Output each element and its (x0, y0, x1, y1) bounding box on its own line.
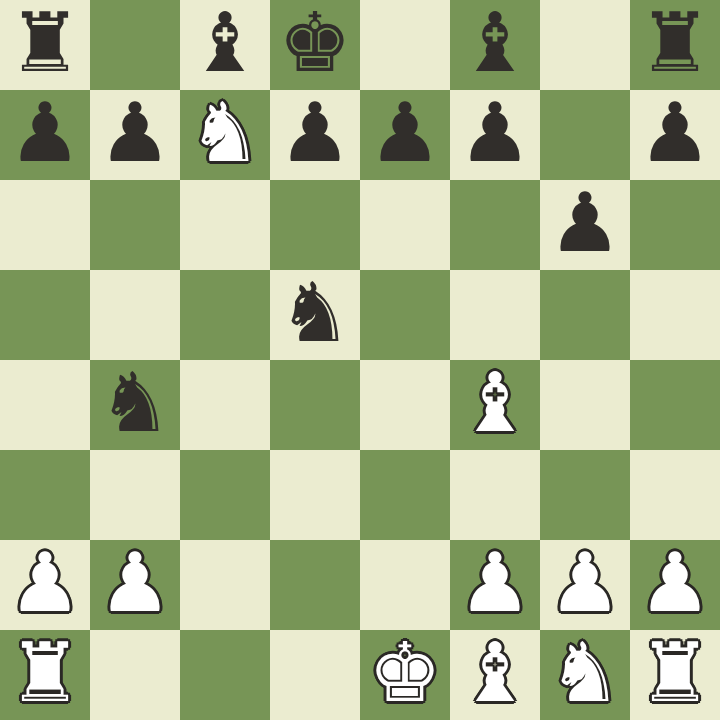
square-h3[interactable] (630, 450, 720, 540)
square-c2[interactable] (180, 540, 270, 630)
square-g3[interactable] (540, 450, 630, 540)
square-c4[interactable] (180, 360, 270, 450)
black-pawn-icon[interactable]: ♟ (638, 88, 712, 178)
square-a5[interactable] (0, 270, 90, 360)
square-d7[interactable]: ♟ (270, 90, 360, 180)
square-f3[interactable] (450, 450, 540, 540)
square-f7[interactable]: ♟ (450, 90, 540, 180)
square-e5[interactable] (360, 270, 450, 360)
square-b3[interactable] (90, 450, 180, 540)
white-rook-icon[interactable]: ♜ (8, 628, 82, 718)
black-pawn-icon[interactable]: ♟ (548, 178, 622, 268)
square-g4[interactable] (540, 360, 630, 450)
square-d4[interactable] (270, 360, 360, 450)
square-e1[interactable]: ♚ (360, 630, 450, 720)
white-pawn-icon[interactable]: ♟ (548, 538, 622, 628)
white-king-icon[interactable]: ♚ (368, 628, 442, 718)
square-b6[interactable] (90, 180, 180, 270)
square-f4[interactable]: ♝ (450, 360, 540, 450)
square-c1[interactable] (180, 630, 270, 720)
white-pawn-icon[interactable]: ♟ (638, 538, 712, 628)
square-a7[interactable]: ♟ (0, 90, 90, 180)
square-h8[interactable]: ♜ (630, 0, 720, 90)
black-pawn-icon[interactable]: ♟ (8, 88, 82, 178)
square-f5[interactable] (450, 270, 540, 360)
black-bishop-icon[interactable]: ♝ (188, 0, 262, 88)
square-f2[interactable]: ♟ (450, 540, 540, 630)
square-g1[interactable]: ♞ (540, 630, 630, 720)
square-g6[interactable]: ♟ (540, 180, 630, 270)
square-h4[interactable] (630, 360, 720, 450)
square-b2[interactable]: ♟ (90, 540, 180, 630)
square-f6[interactable] (450, 180, 540, 270)
square-a3[interactable] (0, 450, 90, 540)
white-bishop-icon[interactable]: ♝ (458, 628, 532, 718)
square-b1[interactable] (90, 630, 180, 720)
square-g8[interactable] (540, 0, 630, 90)
square-e2[interactable] (360, 540, 450, 630)
black-pawn-icon[interactable]: ♟ (278, 88, 352, 178)
square-c3[interactable] (180, 450, 270, 540)
white-bishop-icon[interactable]: ♝ (458, 358, 532, 448)
square-e6[interactable] (360, 180, 450, 270)
square-g2[interactable]: ♟ (540, 540, 630, 630)
white-rook-icon[interactable]: ♜ (638, 628, 712, 718)
square-a6[interactable] (0, 180, 90, 270)
white-knight-icon[interactable]: ♞ (188, 88, 262, 178)
square-b4[interactable]: ♞ (90, 360, 180, 450)
square-a8[interactable]: ♜ (0, 0, 90, 90)
black-pawn-icon[interactable]: ♟ (98, 88, 172, 178)
square-h5[interactable] (630, 270, 720, 360)
square-d5[interactable]: ♞ (270, 270, 360, 360)
square-h2[interactable]: ♟ (630, 540, 720, 630)
square-e3[interactable] (360, 450, 450, 540)
square-c6[interactable] (180, 180, 270, 270)
square-d6[interactable] (270, 180, 360, 270)
white-knight-icon[interactable]: ♞ (548, 628, 622, 718)
square-e8[interactable] (360, 0, 450, 90)
square-c5[interactable] (180, 270, 270, 360)
square-h6[interactable] (630, 180, 720, 270)
square-b7[interactable]: ♟ (90, 90, 180, 180)
square-d1[interactable] (270, 630, 360, 720)
square-h1[interactable]: ♜ (630, 630, 720, 720)
square-e7[interactable]: ♟ (360, 90, 450, 180)
square-d8[interactable]: ♚ (270, 0, 360, 90)
black-pawn-icon[interactable]: ♟ (368, 88, 442, 178)
square-g5[interactable] (540, 270, 630, 360)
white-pawn-icon[interactable]: ♟ (98, 538, 172, 628)
square-f1[interactable]: ♝ (450, 630, 540, 720)
square-a4[interactable] (0, 360, 90, 450)
black-rook-icon[interactable]: ♜ (8, 0, 82, 88)
square-h7[interactable]: ♟ (630, 90, 720, 180)
square-f8[interactable]: ♝ (450, 0, 540, 90)
square-d3[interactable] (270, 450, 360, 540)
square-g7[interactable] (540, 90, 630, 180)
square-d2[interactable] (270, 540, 360, 630)
white-pawn-icon[interactable]: ♟ (8, 538, 82, 628)
black-rook-icon[interactable]: ♜ (638, 0, 712, 88)
black-knight-icon[interactable]: ♞ (278, 268, 352, 358)
white-pawn-icon[interactable]: ♟ (458, 538, 532, 628)
black-pawn-icon[interactable]: ♟ (458, 88, 532, 178)
square-a1[interactable]: ♜ (0, 630, 90, 720)
square-c8[interactable]: ♝ (180, 0, 270, 90)
square-b8[interactable] (90, 0, 180, 90)
square-e4[interactable] (360, 360, 450, 450)
black-bishop-icon[interactable]: ♝ (458, 0, 532, 88)
chess-board: ♜♝♚♝♜♟♟♞♟♟♟♟♟♞♞♝♟♟♟♟♟♜♚♝♞♜ (0, 0, 720, 720)
black-knight-icon[interactable]: ♞ (98, 358, 172, 448)
black-king-icon[interactable]: ♚ (278, 0, 352, 88)
square-c7[interactable]: ♞ (180, 90, 270, 180)
square-a2[interactable]: ♟ (0, 540, 90, 630)
square-b5[interactable] (90, 270, 180, 360)
